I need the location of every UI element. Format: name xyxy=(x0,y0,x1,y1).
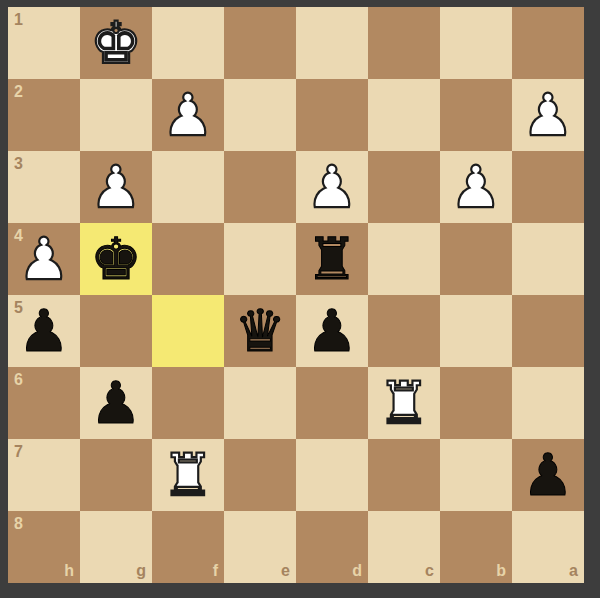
file-label-b: b xyxy=(496,563,506,579)
file-label-h: h xyxy=(64,563,74,579)
square-e4[interactable] xyxy=(224,223,296,295)
square-d8[interactable]: d xyxy=(296,511,368,583)
square-h3[interactable]: 3 xyxy=(8,151,80,223)
black-pawn[interactable]: ♟ xyxy=(512,439,584,511)
file-label-f: f xyxy=(213,563,218,579)
square-c3[interactable] xyxy=(368,151,440,223)
square-g5[interactable] xyxy=(80,295,152,367)
rank-label-6: 6 xyxy=(14,372,23,388)
black-rook[interactable]: ♜ xyxy=(296,223,368,295)
square-g1[interactable]: ♚ xyxy=(80,7,152,79)
square-g6[interactable]: ♟ xyxy=(80,367,152,439)
square-h6[interactable]: 6 xyxy=(8,367,80,439)
square-c5[interactable] xyxy=(368,295,440,367)
square-c4[interactable] xyxy=(368,223,440,295)
white-rook[interactable]: ♜ xyxy=(368,367,440,439)
file-label-d: d xyxy=(352,563,362,579)
square-d1[interactable] xyxy=(296,7,368,79)
white-king[interactable]: ♚ xyxy=(80,7,152,79)
square-f4[interactable] xyxy=(152,223,224,295)
white-pawn[interactable]: ♟ xyxy=(8,223,80,295)
rank-label-2: 2 xyxy=(14,84,23,100)
square-h2[interactable]: 2 xyxy=(8,79,80,151)
black-pawn[interactable]: ♟ xyxy=(296,295,368,367)
file-label-c: c xyxy=(425,563,434,579)
square-c6[interactable]: ♜ xyxy=(368,367,440,439)
square-d6[interactable] xyxy=(296,367,368,439)
square-d7[interactable] xyxy=(296,439,368,511)
file-label-e: e xyxy=(281,563,290,579)
square-b1[interactable] xyxy=(440,7,512,79)
rank-label-3: 3 xyxy=(14,156,23,172)
square-a6[interactable] xyxy=(512,367,584,439)
square-f3[interactable] xyxy=(152,151,224,223)
rank-label-1: 1 xyxy=(14,12,23,28)
square-b2[interactable] xyxy=(440,79,512,151)
black-queen[interactable]: ♛ xyxy=(224,295,296,367)
square-a2[interactable]: ♟ xyxy=(512,79,584,151)
square-a4[interactable] xyxy=(512,223,584,295)
square-e1[interactable] xyxy=(224,7,296,79)
file-label-g: g xyxy=(136,563,146,579)
square-b7[interactable] xyxy=(440,439,512,511)
square-g4[interactable]: ♚ xyxy=(80,223,152,295)
square-b4[interactable] xyxy=(440,223,512,295)
square-a1[interactable] xyxy=(512,7,584,79)
square-e3[interactable] xyxy=(224,151,296,223)
square-f7[interactable]: ♜ xyxy=(152,439,224,511)
square-g8[interactable]: g xyxy=(80,511,152,583)
square-e8[interactable]: e xyxy=(224,511,296,583)
square-b6[interactable] xyxy=(440,367,512,439)
square-c7[interactable] xyxy=(368,439,440,511)
square-b8[interactable]: b xyxy=(440,511,512,583)
white-pawn[interactable]: ♟ xyxy=(512,79,584,151)
black-king[interactable]: ♚ xyxy=(80,223,152,295)
square-a8[interactable]: a xyxy=(512,511,584,583)
square-f6[interactable] xyxy=(152,367,224,439)
rank-label-8: 8 xyxy=(14,516,23,532)
square-c2[interactable] xyxy=(368,79,440,151)
square-d5[interactable]: ♟ xyxy=(296,295,368,367)
square-b3[interactable]: ♟ xyxy=(440,151,512,223)
square-h8[interactable]: 8h xyxy=(8,511,80,583)
square-h4[interactable]: 4♟ xyxy=(8,223,80,295)
file-label-a: a xyxy=(569,563,578,579)
square-e5[interactable]: ♛ xyxy=(224,295,296,367)
square-c8[interactable]: c xyxy=(368,511,440,583)
square-h1[interactable]: 1 xyxy=(8,7,80,79)
square-e2[interactable] xyxy=(224,79,296,151)
square-f1[interactable] xyxy=(152,7,224,79)
square-d3[interactable]: ♟ xyxy=(296,151,368,223)
square-g3[interactable]: ♟ xyxy=(80,151,152,223)
square-d2[interactable] xyxy=(296,79,368,151)
square-a5[interactable] xyxy=(512,295,584,367)
rank-label-7: 7 xyxy=(14,444,23,460)
black-pawn[interactable]: ♟ xyxy=(80,367,152,439)
white-pawn[interactable]: ♟ xyxy=(152,79,224,151)
square-g7[interactable] xyxy=(80,439,152,511)
square-c1[interactable] xyxy=(368,7,440,79)
white-pawn[interactable]: ♟ xyxy=(440,151,512,223)
square-d4[interactable]: ♜ xyxy=(296,223,368,295)
square-a7[interactable]: ♟ xyxy=(512,439,584,511)
square-a3[interactable] xyxy=(512,151,584,223)
square-h5[interactable]: 5♟ xyxy=(8,295,80,367)
white-pawn[interactable]: ♟ xyxy=(296,151,368,223)
square-e7[interactable] xyxy=(224,439,296,511)
square-f5[interactable] xyxy=(152,295,224,367)
square-b5[interactable] xyxy=(440,295,512,367)
square-f2[interactable]: ♟ xyxy=(152,79,224,151)
square-e6[interactable] xyxy=(224,367,296,439)
white-pawn[interactable]: ♟ xyxy=(80,151,152,223)
square-h7[interactable]: 7 xyxy=(8,439,80,511)
square-f8[interactable]: f xyxy=(152,511,224,583)
square-g2[interactable] xyxy=(80,79,152,151)
chess-board[interactable]: 1♚2♟♟3♟♟♟4♟♚♜5♟♛♟6♟♜7♜♟8hgfedcba xyxy=(8,7,584,583)
board-frame: 1♚2♟♟3♟♟♟4♟♚♜5♟♛♟6♟♜7♜♟8hgfedcba xyxy=(0,0,600,598)
white-rook[interactable]: ♜ xyxy=(152,439,224,511)
black-pawn[interactable]: ♟ xyxy=(8,295,80,367)
